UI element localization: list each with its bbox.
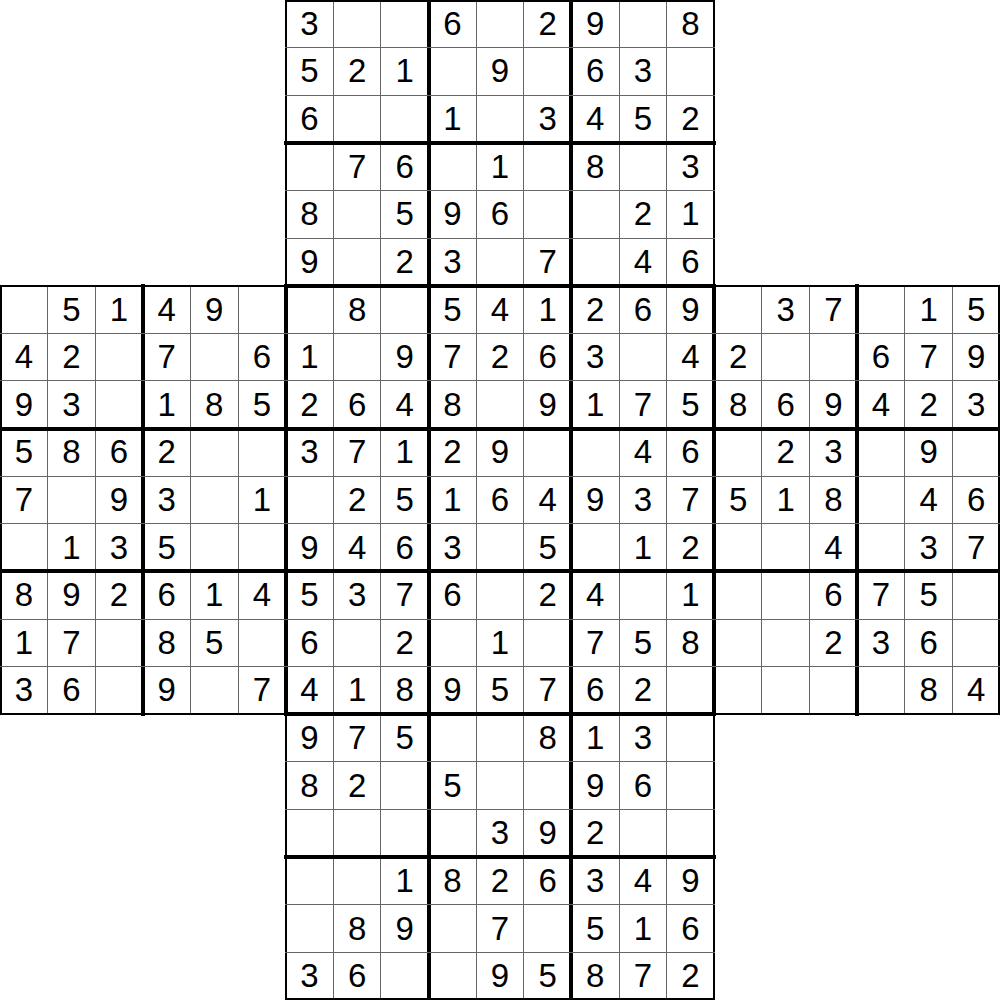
void-cell — [238, 857, 286, 905]
void-cell — [238, 238, 286, 286]
given-digit-r10c9: 1 — [381, 429, 429, 477]
given-digit-r14c11: 1 — [476, 619, 524, 667]
void-cell — [143, 238, 191, 286]
void-cell — [714, 810, 762, 858]
void-cell — [762, 238, 810, 286]
cell-r1c11[interactable] — [476, 0, 524, 48]
given-digit-r19c15: 9 — [667, 857, 715, 905]
given-digit-r9c5: 8 — [190, 381, 238, 429]
void-cell — [857, 952, 905, 1000]
given-digit-r15c6: 7 — [238, 667, 286, 715]
cell-r9c3[interactable] — [95, 381, 143, 429]
given-digit-r8c10: 7 — [429, 333, 477, 381]
given-digit-r7c8: 8 — [333, 286, 381, 334]
cell-r14c3[interactable] — [95, 619, 143, 667]
given-digit-r7c14: 6 — [619, 286, 667, 334]
given-digit-r16c12: 8 — [524, 714, 572, 762]
given-digit-r9c18: 9 — [810, 381, 858, 429]
cell-r8c17[interactable] — [762, 333, 810, 381]
given-digit-r7c15: 9 — [667, 286, 715, 334]
void-cell — [714, 857, 762, 905]
cell-r10c13[interactable] — [571, 429, 619, 477]
given-digit-r1c10: 6 — [429, 0, 477, 48]
cell-r11c7[interactable] — [286, 476, 334, 524]
given-digit-r16c13: 1 — [571, 714, 619, 762]
given-digit-r8c21: 9 — [952, 333, 1000, 381]
void-cell — [95, 0, 143, 48]
cell-r14c12[interactable] — [524, 619, 572, 667]
cell-r7c7[interactable] — [286, 286, 334, 334]
cell-r10c5[interactable] — [190, 429, 238, 477]
void-cell — [190, 857, 238, 905]
cell-r15c3[interactable] — [95, 667, 143, 715]
given-digit-r15c11: 5 — [476, 667, 524, 715]
void-cell — [714, 0, 762, 48]
given-digit-r21c13: 8 — [571, 952, 619, 1000]
given-digit-r8c12: 6 — [524, 333, 572, 381]
given-digit-r15c21: 4 — [952, 667, 1000, 715]
void-cell — [810, 810, 858, 858]
void-cell — [190, 190, 238, 238]
cell-grid: 3629852196361345276183859621923746514985… — [0, 0, 1000, 1000]
given-digit-r13c19: 7 — [857, 571, 905, 619]
void-cell — [0, 952, 48, 1000]
given-digit-r4c13: 8 — [571, 143, 619, 191]
cell-r1c8[interactable] — [333, 0, 381, 48]
cell-r18c10[interactable] — [429, 810, 477, 858]
cell-r16c10[interactable] — [429, 714, 477, 762]
given-digit-r15c20: 8 — [905, 667, 953, 715]
cell-r1c14[interactable] — [619, 0, 667, 48]
given-digit-r9c15: 5 — [667, 381, 715, 429]
given-digit-r4c15: 3 — [667, 143, 715, 191]
given-digit-r18c11: 3 — [476, 810, 524, 858]
given-digit-r14c2: 7 — [48, 619, 96, 667]
void-cell — [762, 190, 810, 238]
void-cell — [857, 238, 905, 286]
given-digit-r1c15: 8 — [667, 0, 715, 48]
given-digit-r15c14: 2 — [619, 667, 667, 715]
cell-r11c2[interactable] — [48, 476, 96, 524]
cell-r20c10[interactable] — [429, 905, 477, 953]
cell-r13c17[interactable] — [762, 571, 810, 619]
cell-r7c1[interactable] — [0, 286, 48, 334]
cell-r11c19[interactable] — [857, 476, 905, 524]
given-digit-r5c11: 6 — [476, 190, 524, 238]
cell-r9c11[interactable] — [476, 381, 524, 429]
void-cell — [95, 905, 143, 953]
cell-r14c16[interactable] — [714, 619, 762, 667]
void-cell — [857, 810, 905, 858]
void-cell — [238, 952, 286, 1000]
cell-r5c13[interactable] — [571, 190, 619, 238]
given-digit-r8c1: 4 — [0, 333, 48, 381]
cell-r7c6[interactable] — [238, 286, 286, 334]
given-digit-r19c11: 2 — [476, 857, 524, 905]
given-digit-r7c11: 4 — [476, 286, 524, 334]
void-cell — [857, 143, 905, 191]
void-cell — [714, 190, 762, 238]
given-digit-r7c3: 1 — [95, 286, 143, 334]
cell-r18c8[interactable] — [333, 810, 381, 858]
cell-r17c15[interactable] — [667, 762, 715, 810]
void-cell — [0, 238, 48, 286]
cell-r14c6[interactable] — [238, 619, 286, 667]
cell-r13c14[interactable] — [619, 571, 667, 619]
void-cell — [48, 857, 96, 905]
void-cell — [952, 190, 1000, 238]
void-cell — [0, 95, 48, 143]
cell-r10c19[interactable] — [857, 429, 905, 477]
cell-r20c7[interactable] — [286, 905, 334, 953]
given-digit-r9c2: 3 — [48, 381, 96, 429]
given-digit-r9c4: 1 — [143, 381, 191, 429]
given-digit-r8c20: 7 — [905, 333, 953, 381]
cell-r7c9[interactable] — [381, 286, 429, 334]
void-cell — [190, 48, 238, 96]
void-cell — [952, 714, 1000, 762]
given-digit-r13c20: 5 — [905, 571, 953, 619]
given-digit-r10c15: 6 — [667, 429, 715, 477]
cell-r8c5[interactable] — [190, 333, 238, 381]
void-cell — [143, 0, 191, 48]
given-digit-r8c15: 4 — [667, 333, 715, 381]
given-digit-r4c9: 6 — [381, 143, 429, 191]
given-digit-r7c2: 5 — [48, 286, 96, 334]
cell-r15c18[interactable] — [810, 667, 858, 715]
given-digit-r4c11: 1 — [476, 143, 524, 191]
cell-r17c12[interactable] — [524, 762, 572, 810]
void-cell — [95, 714, 143, 762]
void-cell — [0, 810, 48, 858]
cell-r7c16[interactable] — [714, 286, 762, 334]
void-cell — [95, 238, 143, 286]
cell-r10c12[interactable] — [524, 429, 572, 477]
given-digit-r11c6: 1 — [238, 476, 286, 524]
given-digit-r14c13: 7 — [571, 619, 619, 667]
given-digit-r5c10: 9 — [429, 190, 477, 238]
void-cell — [810, 857, 858, 905]
void-cell — [952, 905, 1000, 953]
given-digit-r11c8: 2 — [333, 476, 381, 524]
cell-r13c16[interactable] — [714, 571, 762, 619]
given-digit-r14c18: 2 — [810, 619, 858, 667]
void-cell — [95, 762, 143, 810]
void-cell — [857, 95, 905, 143]
given-digit-r8c4: 7 — [143, 333, 191, 381]
cell-r4c12[interactable] — [524, 143, 572, 191]
sudoku-board: 3629852196361345276183859621923746514985… — [0, 0, 1000, 1000]
void-cell — [905, 857, 953, 905]
cell-r14c17[interactable] — [762, 619, 810, 667]
given-digit-r14c7: 6 — [286, 619, 334, 667]
given-digit-r7c21: 5 — [952, 286, 1000, 334]
void-cell — [190, 95, 238, 143]
cell-r12c1[interactable] — [0, 524, 48, 572]
void-cell — [143, 905, 191, 953]
given-digit-r10c11: 9 — [476, 429, 524, 477]
cell-r15c5[interactable] — [190, 667, 238, 715]
cell-r16c11[interactable] — [476, 714, 524, 762]
cell-r13c11[interactable] — [476, 571, 524, 619]
given-digit-r17c13: 9 — [571, 762, 619, 810]
given-digit-r4c8: 7 — [333, 143, 381, 191]
void-cell — [905, 238, 953, 286]
void-cell — [762, 143, 810, 191]
given-digit-r9c21: 3 — [952, 381, 1000, 429]
cell-r6c11[interactable] — [476, 238, 524, 286]
given-digit-r20c15: 6 — [667, 905, 715, 953]
cell-r14c8[interactable] — [333, 619, 381, 667]
given-digit-r14c15: 8 — [667, 619, 715, 667]
void-cell — [905, 905, 953, 953]
given-digit-r11c16: 5 — [714, 476, 762, 524]
void-cell — [48, 952, 96, 1000]
void-cell — [0, 0, 48, 48]
given-digit-r14c9: 2 — [381, 619, 429, 667]
given-digit-r5c7: 8 — [286, 190, 334, 238]
cell-r19c8[interactable] — [333, 857, 381, 905]
cell-r18c7[interactable] — [286, 810, 334, 858]
cell-r15c16[interactable] — [714, 667, 762, 715]
given-digit-r2c7: 5 — [286, 48, 334, 96]
void-cell — [762, 810, 810, 858]
cell-r5c8[interactable] — [333, 190, 381, 238]
void-cell — [0, 714, 48, 762]
cell-r3c8[interactable] — [333, 95, 381, 143]
cell-r20c12[interactable] — [524, 905, 572, 953]
void-cell — [857, 857, 905, 905]
cell-r12c6[interactable] — [238, 524, 286, 572]
cell-r14c21[interactable] — [952, 619, 1000, 667]
given-digit-r3c10: 1 — [429, 95, 477, 143]
given-digit-r8c2: 2 — [48, 333, 96, 381]
given-digit-r7c18: 7 — [810, 286, 858, 334]
void-cell — [48, 143, 96, 191]
void-cell — [714, 905, 762, 953]
void-cell — [905, 810, 953, 858]
void-cell — [905, 190, 953, 238]
void-cell — [952, 0, 1000, 48]
given-digit-r21c14: 7 — [619, 952, 667, 1000]
cell-r10c21[interactable] — [952, 429, 1000, 477]
cell-r15c15[interactable] — [667, 667, 715, 715]
given-digit-r3c7: 6 — [286, 95, 334, 143]
void-cell — [857, 190, 905, 238]
cell-r7c19[interactable] — [857, 286, 905, 334]
given-digit-r2c9: 1 — [381, 48, 429, 96]
given-digit-r3c14: 5 — [619, 95, 667, 143]
given-digit-r7c13: 2 — [571, 286, 619, 334]
void-cell — [190, 905, 238, 953]
void-cell — [857, 48, 905, 96]
given-digit-r2c8: 2 — [333, 48, 381, 96]
given-digit-r14c4: 8 — [143, 619, 191, 667]
cell-r8c3[interactable] — [95, 333, 143, 381]
given-digit-r9c14: 7 — [619, 381, 667, 429]
void-cell — [190, 810, 238, 858]
cell-r8c8[interactable] — [333, 333, 381, 381]
given-digit-r11c10: 1 — [429, 476, 477, 524]
given-digit-r16c8: 7 — [333, 714, 381, 762]
given-digit-r13c4: 6 — [143, 571, 191, 619]
void-cell — [48, 714, 96, 762]
void-cell — [48, 48, 96, 96]
given-digit-r17c10: 5 — [429, 762, 477, 810]
void-cell — [190, 952, 238, 1000]
cell-r4c14[interactable] — [619, 143, 667, 191]
void-cell — [95, 143, 143, 191]
cell-r1c9[interactable] — [381, 0, 429, 48]
cell-r18c9[interactable] — [381, 810, 429, 858]
void-cell — [714, 95, 762, 143]
given-digit-r6c12: 7 — [524, 238, 572, 286]
given-digit-r15c13: 6 — [571, 667, 619, 715]
void-cell — [810, 905, 858, 953]
given-digit-r9c1: 9 — [0, 381, 48, 429]
given-digit-r21c7: 3 — [286, 952, 334, 1000]
cell-r12c11[interactable] — [476, 524, 524, 572]
void-cell — [952, 48, 1000, 96]
void-cell — [857, 0, 905, 48]
given-digit-r2c13: 6 — [571, 48, 619, 96]
given-digit-r13c18: 6 — [810, 571, 858, 619]
given-digit-r21c11: 9 — [476, 952, 524, 1000]
void-cell — [714, 714, 762, 762]
void-cell — [0, 143, 48, 191]
void-cell — [48, 0, 96, 48]
given-digit-r6c9: 2 — [381, 238, 429, 286]
given-digit-r8c7: 1 — [286, 333, 334, 381]
given-digit-r12c20: 3 — [905, 524, 953, 572]
void-cell — [238, 190, 286, 238]
void-cell — [143, 810, 191, 858]
cell-r19c7[interactable] — [286, 857, 334, 905]
cell-r18c15[interactable] — [667, 810, 715, 858]
given-digit-r9c20: 2 — [905, 381, 953, 429]
cell-r12c5[interactable] — [190, 524, 238, 572]
cell-r2c15[interactable] — [667, 48, 715, 96]
given-digit-r14c5: 5 — [190, 619, 238, 667]
given-digit-r8c6: 6 — [238, 333, 286, 381]
void-cell — [143, 190, 191, 238]
given-digit-r9c16: 8 — [714, 381, 762, 429]
cell-r12c13[interactable] — [571, 524, 619, 572]
void-cell — [952, 762, 1000, 810]
cell-r17c11[interactable] — [476, 762, 524, 810]
given-digit-r15c12: 7 — [524, 667, 572, 715]
cell-r2c10[interactable] — [429, 48, 477, 96]
cell-r8c14[interactable] — [619, 333, 667, 381]
cell-r15c19[interactable] — [857, 667, 905, 715]
given-digit-r11c13: 9 — [571, 476, 619, 524]
void-cell — [143, 714, 191, 762]
cell-r14c10[interactable] — [429, 619, 477, 667]
cell-r11c5[interactable] — [190, 476, 238, 524]
cell-r16c15[interactable] — [667, 714, 715, 762]
cell-r5c12[interactable] — [524, 190, 572, 238]
cell-r4c7[interactable] — [286, 143, 334, 191]
given-digit-r19c9: 1 — [381, 857, 429, 905]
cell-r12c19[interactable] — [857, 524, 905, 572]
void-cell — [952, 952, 1000, 1000]
given-digit-r15c1: 3 — [0, 667, 48, 715]
given-digit-r13c6: 4 — [238, 571, 286, 619]
cell-r2c12[interactable] — [524, 48, 572, 96]
void-cell — [810, 952, 858, 1000]
void-cell — [0, 48, 48, 96]
given-digit-r12c4: 5 — [143, 524, 191, 572]
cell-r15c17[interactable] — [762, 667, 810, 715]
cell-r13c21[interactable] — [952, 571, 1000, 619]
given-digit-r20c13: 5 — [571, 905, 619, 953]
void-cell — [810, 762, 858, 810]
given-digit-r13c10: 6 — [429, 571, 477, 619]
given-digit-r13c8: 3 — [333, 571, 381, 619]
given-digit-r11c14: 3 — [619, 476, 667, 524]
cell-r3c9[interactable] — [381, 95, 429, 143]
void-cell — [714, 238, 762, 286]
given-digit-r10c10: 2 — [429, 429, 477, 477]
void-cell — [48, 810, 96, 858]
given-digit-r12c14: 1 — [619, 524, 667, 572]
cell-r6c8[interactable] — [333, 238, 381, 286]
given-digit-r7c20: 1 — [905, 286, 953, 334]
void-cell — [810, 714, 858, 762]
cell-r6c13[interactable] — [571, 238, 619, 286]
cell-r12c17[interactable] — [762, 524, 810, 572]
given-digit-r14c19: 3 — [857, 619, 905, 667]
void-cell — [190, 0, 238, 48]
cell-r17c9[interactable] — [381, 762, 429, 810]
cell-r3c11[interactable] — [476, 95, 524, 143]
given-digit-r2c11: 9 — [476, 48, 524, 96]
void-cell — [810, 95, 858, 143]
cell-r10c6[interactable] — [238, 429, 286, 477]
given-digit-r9c7: 2 — [286, 381, 334, 429]
void-cell — [952, 857, 1000, 905]
given-digit-r11c4: 3 — [143, 476, 191, 524]
void-cell — [0, 857, 48, 905]
given-digit-r13c3: 2 — [95, 571, 143, 619]
given-digit-r20c9: 9 — [381, 905, 429, 953]
void-cell — [905, 714, 953, 762]
void-cell — [238, 905, 286, 953]
given-digit-r19c14: 4 — [619, 857, 667, 905]
given-digit-r13c13: 4 — [571, 571, 619, 619]
given-digit-r12c18: 4 — [810, 524, 858, 572]
given-digit-r11c9: 5 — [381, 476, 429, 524]
given-digit-r20c11: 7 — [476, 905, 524, 953]
void-cell — [95, 48, 143, 96]
void-cell — [238, 48, 286, 96]
given-digit-r12c15: 2 — [667, 524, 715, 572]
void-cell — [95, 857, 143, 905]
given-digit-r10c3: 6 — [95, 429, 143, 477]
cell-r21c10[interactable] — [429, 952, 477, 1000]
given-digit-r10c20: 9 — [905, 429, 953, 477]
given-digit-r3c13: 4 — [571, 95, 619, 143]
cell-r18c14[interactable] — [619, 810, 667, 858]
given-digit-r5c15: 1 — [667, 190, 715, 238]
void-cell — [238, 810, 286, 858]
cell-r10c16[interactable] — [714, 429, 762, 477]
cell-r21c9[interactable] — [381, 952, 429, 1000]
given-digit-r3c12: 3 — [524, 95, 572, 143]
cell-r12c16[interactable] — [714, 524, 762, 572]
cell-r8c18[interactable] — [810, 333, 858, 381]
cell-r4c10[interactable] — [429, 143, 477, 191]
